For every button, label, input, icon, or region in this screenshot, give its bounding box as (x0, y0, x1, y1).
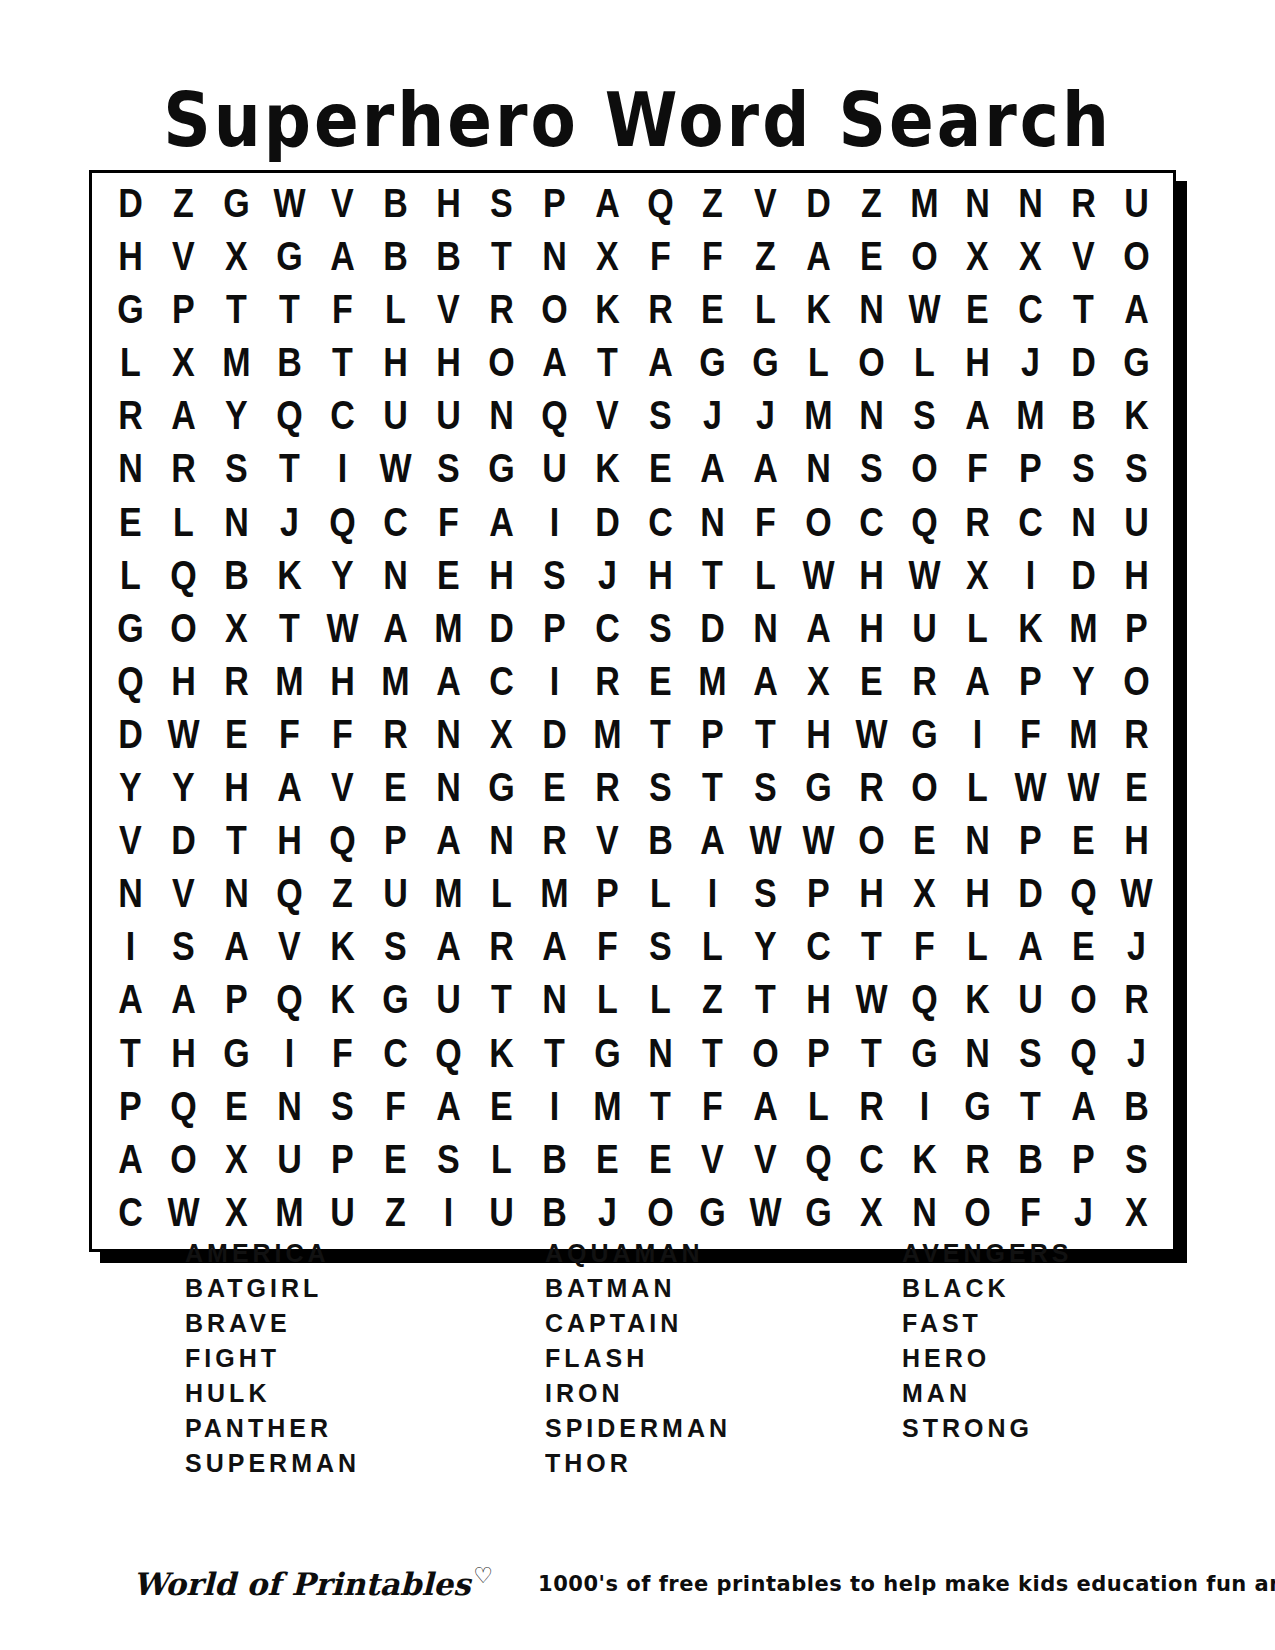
grid-cell-r11c12: P (689, 706, 738, 763)
grid-cell-r17c2: H (159, 1024, 208, 1081)
grid-cell-r8c9: S (530, 547, 579, 604)
grid-cell-r9c16: U (900, 600, 949, 657)
grid-cell-r17c20: J (1112, 1024, 1161, 1081)
grid-cell-r16c8: T (477, 971, 526, 1028)
grid-cell-r1c14: D (794, 175, 843, 232)
grid-cell-r15c13: Y (742, 918, 791, 975)
grid-cell-r7c17: R (953, 493, 1002, 550)
grid-cell-r2c19: V (1059, 228, 1108, 285)
grid-cell-r13c1: V (106, 812, 155, 869)
word-list-item: FLASH (545, 1340, 731, 1377)
footer-logo: World of Printables♡ (133, 1566, 490, 1602)
grid-cell-r6c11: E (636, 440, 685, 497)
grid-cell-r1c6: B (371, 175, 420, 232)
grid-cell-r19c17: R (953, 1131, 1002, 1188)
grid-cell-r13c2: D (159, 812, 208, 869)
grid-cell-r6c7: S (424, 440, 473, 497)
grid-cell-r14c1: N (106, 865, 155, 922)
grid-cell-r11c4: F (265, 706, 314, 763)
grid-cell-r2c5: A (318, 228, 367, 285)
grid-cell-r11c1: D (106, 706, 155, 763)
grid-cell-r13c19: E (1059, 812, 1108, 869)
grid-cell-r20c9: B (530, 1184, 579, 1241)
grid-cell-r8c11: H (636, 547, 685, 604)
grid-cell-r13c13: W (742, 812, 791, 869)
grid-cell-r20c1: C (106, 1184, 155, 1241)
grid-cell-r17c5: F (318, 1024, 367, 1081)
grid-cell-r7c19: N (1059, 493, 1108, 550)
grid-cell-r6c9: U (530, 440, 579, 497)
grid-cell-r14c15: H (847, 865, 896, 922)
grid-cell-r18c2: Q (159, 1078, 208, 1135)
word-list-item: AVENGERS (902, 1235, 1072, 1272)
grid-cell-r6c19: S (1059, 440, 1108, 497)
grid-cell-r4c14: L (794, 334, 843, 391)
grid-cell-r1c7: H (424, 175, 473, 232)
grid-cell-r15c1: I (106, 918, 155, 975)
word-list-item: FIGHT (185, 1340, 360, 1377)
grid-cell-r5c1: R (106, 387, 155, 444)
grid-cell-r15c18: A (1006, 918, 1055, 975)
grid-cell-r15c19: E (1059, 918, 1108, 975)
grid-cell-r17c12: T (689, 1024, 738, 1081)
grid-cell-r2c7: B (424, 228, 473, 285)
grid-cell-r20c15: X (847, 1184, 896, 1241)
word-list-column-1: AMERICABATGIRLBRAVEFIGHTHULKPANTHERSUPER… (185, 1236, 360, 1481)
grid-cell-r11c13: T (742, 706, 791, 763)
grid-cell-r14c13: S (742, 865, 791, 922)
grid-cell-r12c8: G (477, 759, 526, 816)
grid-cell-r18c19: A (1059, 1078, 1108, 1135)
grid-cell-r8c10: J (583, 547, 632, 604)
grid-cell-r14c6: U (371, 865, 420, 922)
grid-cell-r15c14: C (794, 918, 843, 975)
grid-cell-r14c2: V (159, 865, 208, 922)
grid-cell-r5c2: A (159, 387, 208, 444)
grid-cell-r4c1: L (106, 334, 155, 391)
grid-cell-r4c7: H (424, 334, 473, 391)
word-list: AMERICABATGIRLBRAVEFIGHTHULKPANTHERSUPER… (0, 1236, 1275, 1496)
grid-cell-r3c13: L (742, 281, 791, 338)
grid-cell-r8c6: N (371, 547, 420, 604)
grid-cell-r18c5: S (318, 1078, 367, 1135)
grid-cell-r20c19: J (1059, 1184, 1108, 1241)
grid-cell-r7c1: E (106, 493, 155, 550)
grid-cell-r18c4: N (265, 1078, 314, 1135)
grid-cell-r1c13: V (742, 175, 791, 232)
grid-cell-r7c9: I (530, 493, 579, 550)
grid-cell-r10c12: M (689, 653, 738, 710)
grid-cell-r5c19: B (1059, 387, 1108, 444)
grid-cell-r14c8: L (477, 865, 526, 922)
grid-cell-r8c5: Y (318, 547, 367, 604)
grid-cell-r11c8: X (477, 706, 526, 763)
grid-cell-r16c14: H (794, 971, 843, 1028)
grid-cell-r7c2: L (159, 493, 208, 550)
grid-cell-r20c2: W (159, 1184, 208, 1241)
grid-cell-r2c11: F (636, 228, 685, 285)
grid-cell-r2c13: Z (742, 228, 791, 285)
word-list-item: SPIDERMAN (545, 1410, 731, 1447)
word-list-item: SUPERMAN (185, 1445, 360, 1482)
grid-cell-r11c18: F (1006, 706, 1055, 763)
grid-cell-r16c19: O (1059, 971, 1108, 1028)
grid-cell-r2c20: O (1112, 228, 1161, 285)
word-list-item: HULK (185, 1375, 360, 1412)
grid-cell-r10c18: P (1006, 653, 1055, 710)
word-list-item: FAST (902, 1305, 1072, 1342)
grid-cell-r14c18: D (1006, 865, 1055, 922)
grid-cell-r3c1: G (106, 281, 155, 338)
grid-cell-r2c16: O (900, 228, 949, 285)
grid-cell-r4c9: A (530, 334, 579, 391)
grid-cell-r16c15: W (847, 971, 896, 1028)
grid-cell-r4c19: D (1059, 334, 1108, 391)
grid-cell-r1c15: Z (847, 175, 896, 232)
grid-cell-r3c17: E (953, 281, 1002, 338)
grid-cell-r19c20: S (1112, 1131, 1161, 1188)
grid-cell-r4c10: T (583, 334, 632, 391)
grid-cell-r2c10: X (583, 228, 632, 285)
grid-cell-r2c2: V (159, 228, 208, 285)
grid-cell-r1c2: Z (159, 175, 208, 232)
grid-cell-r8c19: D (1059, 547, 1108, 604)
grid-cell-r3c15: N (847, 281, 896, 338)
grid-cell-r16c12: Z (689, 971, 738, 1028)
grid-cell-r9c3: X (212, 600, 261, 657)
grid-cell-r12c11: S (636, 759, 685, 816)
grid-cell-r3c7: V (424, 281, 473, 338)
grid-cell-r8c17: X (953, 547, 1002, 604)
grid-cell-r9c20: P (1112, 600, 1161, 657)
grid-cell-r16c3: P (212, 971, 261, 1028)
grid-cell-r5c11: S (636, 387, 685, 444)
grid-cell-r19c1: A (106, 1131, 155, 1188)
grid-cell-r9c9: P (530, 600, 579, 657)
grid-cell-r4c2: X (159, 334, 208, 391)
grid-cell-r9c14: A (794, 600, 843, 657)
grid-cell-r4c18: J (1006, 334, 1055, 391)
grid-cell-r17c18: S (1006, 1024, 1055, 1081)
grid-cell-r12c7: N (424, 759, 473, 816)
grid-cell-r8c1: L (106, 547, 155, 604)
grid-cell-r3c6: L (371, 281, 420, 338)
grid-cell-r5c13: J (742, 387, 791, 444)
grid-cell-r16c18: U (1006, 971, 1055, 1028)
grid-cell-r13c12: A (689, 812, 738, 869)
word-list-item: CAPTAIN (545, 1305, 731, 1342)
grid-cell-r5c8: N (477, 387, 526, 444)
grid-cell-r18c17: G (953, 1078, 1002, 1135)
grid-cell-r19c10: E (583, 1131, 632, 1188)
grid-cell-r15c15: T (847, 918, 896, 975)
grid-cell-r8c2: Q (159, 547, 208, 604)
grid-cell-r11c10: M (583, 706, 632, 763)
grid-cell-r16c20: R (1112, 971, 1161, 1028)
grid-cell-r18c3: E (212, 1078, 261, 1135)
grid-cell-r6c13: A (742, 440, 791, 497)
grid-cell-r9c5: W (318, 600, 367, 657)
grid-cell-r2c17: X (953, 228, 1002, 285)
grid-cell-r11c2: W (159, 706, 208, 763)
grid-cell-r2c9: N (530, 228, 579, 285)
grid-cell-r12c16: O (900, 759, 949, 816)
grid-cell-r6c12: A (689, 440, 738, 497)
grid-cell-r12c1: Y (106, 759, 155, 816)
grid-cell-r8c20: H (1112, 547, 1161, 604)
grid-cell-r1c4: W (265, 175, 314, 232)
grid-cell-r17c1: T (106, 1024, 155, 1081)
grid-cell-r11c11: T (636, 706, 685, 763)
word-list-item: BATGIRL (185, 1270, 360, 1307)
grid-cell-r20c16: N (900, 1184, 949, 1241)
grid-cell-r19c11: E (636, 1131, 685, 1188)
grid-cell-r3c5: F (318, 281, 367, 338)
grid-cell-r13c10: V (583, 812, 632, 869)
grid-cell-r14c11: L (636, 865, 685, 922)
grid-cell-r1c16: M (900, 175, 949, 232)
grid-cell-r17c7: Q (424, 1024, 473, 1081)
grid-cell-r4c3: M (212, 334, 261, 391)
grid-cell-r7c13: F (742, 493, 791, 550)
grid-cell-r15c16: F (900, 918, 949, 975)
grid-cell-r12c18: W (1006, 759, 1055, 816)
grid-cell-r12c3: H (212, 759, 261, 816)
grid-cell-r5c15: N (847, 387, 896, 444)
grid-cell-r10c17: A (953, 653, 1002, 710)
word-search-grid: DZGWVBHSPAQZVDZMNNRUHVXGABBTNXFFZAEOXXVO… (89, 170, 1176, 1252)
word-list-item: THOR (545, 1445, 731, 1482)
grid-cell-r9c2: O (159, 600, 208, 657)
grid-cell-r7c20: U (1112, 493, 1161, 550)
grid-cell-r20c11: O (636, 1184, 685, 1241)
grid-cell-r19c18: B (1006, 1131, 1055, 1188)
grid-cell-r6c3: S (212, 440, 261, 497)
grid-cell-r17c16: G (900, 1024, 949, 1081)
grid-cell-r9c10: C (583, 600, 632, 657)
grid-cell-r17c14: P (794, 1024, 843, 1081)
grid-cell-r8c3: B (212, 547, 261, 604)
grid-cell-r1c19: R (1059, 175, 1108, 232)
grid-cell-r10c8: C (477, 653, 526, 710)
grid-cell-r13c9: R (530, 812, 579, 869)
grid-cell-r2c6: B (371, 228, 420, 285)
grid-cell-r8c7: E (424, 547, 473, 604)
grid-cell-r20c8: U (477, 1184, 526, 1241)
grid-cell-r5c18: M (1006, 387, 1055, 444)
grid-cell-r18c9: I (530, 1078, 579, 1135)
grid-cell-r14c17: H (953, 865, 1002, 922)
grid-cell-r4c16: L (900, 334, 949, 391)
grid-cell-r8c15: H (847, 547, 896, 604)
grid-cell-r5c17: A (953, 387, 1002, 444)
grid-cell-r7c10: D (583, 493, 632, 550)
grid-cell-r20c6: Z (371, 1184, 420, 1241)
grid-cell-r15c10: F (583, 918, 632, 975)
grid-cell-r1c17: N (953, 175, 1002, 232)
grid-cell-r19c2: O (159, 1131, 208, 1188)
grid-cell-r6c6: W (371, 440, 420, 497)
grid-cell-r14c4: Q (265, 865, 314, 922)
grid-cell-r15c8: R (477, 918, 526, 975)
grid-cell-r18c6: F (371, 1078, 420, 1135)
grid-cell-r8c4: K (265, 547, 314, 604)
grid-cell-r2c8: T (477, 228, 526, 285)
grid-cell-r7c5: Q (318, 493, 367, 550)
grid-cell-r7c14: O (794, 493, 843, 550)
grid-cell-r14c5: Z (318, 865, 367, 922)
grid-cell-r16c13: T (742, 971, 791, 1028)
grid-cell-r4c11: A (636, 334, 685, 391)
grid-cell-r16c11: L (636, 971, 685, 1028)
grid-cell-r19c5: P (318, 1131, 367, 1188)
footer: World of Printables♡ 1000's of free prin… (133, 1556, 1175, 1612)
grid-cell-r9c13: N (742, 600, 791, 657)
grid-cell-r18c14: L (794, 1078, 843, 1135)
grid-cell-r5c4: Q (265, 387, 314, 444)
grid-cell-r20c3: X (212, 1184, 261, 1241)
word-list-item: PANTHER (185, 1410, 360, 1447)
grid-cell-r5c5: C (318, 387, 367, 444)
grid-cell-r4c5: T (318, 334, 367, 391)
grid-cell-r15c12: L (689, 918, 738, 975)
grid-cell-r7c15: C (847, 493, 896, 550)
grid-cell-r7c6: C (371, 493, 420, 550)
grid-cell-r3c11: R (636, 281, 685, 338)
grid-cell-r4c15: O (847, 334, 896, 391)
grid-cell-r5c16: S (900, 387, 949, 444)
grid-cell-r6c14: N (794, 440, 843, 497)
grid-cell-r11c7: N (424, 706, 473, 763)
grid-cell-r14c20: W (1112, 865, 1161, 922)
grid-cell-r3c12: E (689, 281, 738, 338)
grid-cell-r3c2: P (159, 281, 208, 338)
grid-cell-r13c3: T (212, 812, 261, 869)
grid-cell-r18c18: T (1006, 1078, 1055, 1135)
grid-cell-r14c12: I (689, 865, 738, 922)
grid-cell-r2c18: X (1006, 228, 1055, 285)
grid-cell-r19c9: B (530, 1131, 579, 1188)
footer-logo-text: World of Printables (133, 1566, 470, 1602)
grid-cell-r10c13: A (742, 653, 791, 710)
grid-cell-r1c3: G (212, 175, 261, 232)
grid-cell-r17c9: T (530, 1024, 579, 1081)
grid-cell-r19c15: C (847, 1131, 896, 1188)
grid-cell-r9c7: M (424, 600, 473, 657)
grid-cell-r10c4: M (265, 653, 314, 710)
grid-cell-r15c20: J (1112, 918, 1161, 975)
grid-cell-r17c4: I (265, 1024, 314, 1081)
grid-cell-r9c4: T (265, 600, 314, 657)
grid-cell-r18c10: M (583, 1078, 632, 1135)
grid-cell-r6c18: P (1006, 440, 1055, 497)
grid-cell-r5c6: U (371, 387, 420, 444)
grid-cell-r6c1: N (106, 440, 155, 497)
grid-cell-r14c7: M (424, 865, 473, 922)
grid-cell-r5c9: Q (530, 387, 579, 444)
grid-cell-r6c2: R (159, 440, 208, 497)
grid-cell-r10c19: Y (1059, 653, 1108, 710)
grid-cell-r19c16: K (900, 1131, 949, 1188)
grid-cell-r13c18: P (1006, 812, 1055, 869)
grid-cell-r17c3: G (212, 1024, 261, 1081)
grid-cell-r3c9: O (530, 281, 579, 338)
grid-cell-r10c10: R (583, 653, 632, 710)
grid-cell-r5c12: J (689, 387, 738, 444)
grid-cell-r15c2: S (159, 918, 208, 975)
grid-cell-r9c17: L (953, 600, 1002, 657)
grid-cell-r8c12: T (689, 547, 738, 604)
grid-cell-r12c15: R (847, 759, 896, 816)
grid-cell-r12c13: S (742, 759, 791, 816)
grid-cell-r15c6: S (371, 918, 420, 975)
word-list-item: IRON (545, 1375, 731, 1412)
grid-cell-r16c10: L (583, 971, 632, 1028)
grid-cell-r18c11: T (636, 1078, 685, 1135)
grid-cell-r12c10: R (583, 759, 632, 816)
grid-cell-r10c7: A (424, 653, 473, 710)
grid-cell-r20c12: G (689, 1184, 738, 1241)
grid-cell-r20c7: I (424, 1184, 473, 1241)
grid-cell-r15c11: S (636, 918, 685, 975)
grid-cell-r17c13: O (742, 1024, 791, 1081)
word-list-item: BRAVE (185, 1305, 360, 1342)
grid-cell-r14c10: P (583, 865, 632, 922)
grid-cell-r5c20: K (1112, 387, 1161, 444)
word-list-item: HERO (902, 1340, 1072, 1377)
grid-cell-r19c4: U (265, 1131, 314, 1188)
grid-cell-r16c4: Q (265, 971, 314, 1028)
grid-cell-r15c5: K (318, 918, 367, 975)
grid-cell-r11c16: G (900, 706, 949, 763)
grid-cell-r15c4: V (265, 918, 314, 975)
grid-cell-r5c3: Y (212, 387, 261, 444)
grid-cell-r16c17: K (953, 971, 1002, 1028)
grid-cell-r8c18: I (1006, 547, 1055, 604)
grid-cell-r16c7: U (424, 971, 473, 1028)
grid-cell-r16c9: N (530, 971, 579, 1028)
grid-cell-r18c16: I (900, 1078, 949, 1135)
grid-cell-r16c16: Q (900, 971, 949, 1028)
grid-cell-r13c16: E (900, 812, 949, 869)
grid-cell-r19c7: S (424, 1131, 473, 1188)
grid-cell-r3c3: T (212, 281, 261, 338)
grid-cell-r1c10: A (583, 175, 632, 232)
grid-cell-r6c17: F (953, 440, 1002, 497)
grid-cell-r8c8: H (477, 547, 526, 604)
grid-cell-r16c6: G (371, 971, 420, 1028)
grid-cell-r3c14: K (794, 281, 843, 338)
grid-cell-r9c11: S (636, 600, 685, 657)
grid-cell-r9c18: K (1006, 600, 1055, 657)
grid-cell-r17c19: Q (1059, 1024, 1108, 1081)
grid-cell-r18c15: R (847, 1078, 896, 1135)
grid-cell-r1c1: D (106, 175, 155, 232)
grid-cell-r8c16: W (900, 547, 949, 604)
grid-cell-r17c10: G (583, 1024, 632, 1081)
grid-cell-r5c10: V (583, 387, 632, 444)
grid-cell-r20c18: F (1006, 1184, 1055, 1241)
grid-cell-r4c20: G (1112, 334, 1161, 391)
word-list-item: BATMAN (545, 1270, 731, 1307)
grid-cell-r7c4: J (265, 493, 314, 550)
grid-cell-r15c3: A (212, 918, 261, 975)
grid-cell-r10c5: H (318, 653, 367, 710)
grid-cell-r13c4: H (265, 812, 314, 869)
grid-cell-r17c8: K (477, 1024, 526, 1081)
grid-cell-r5c14: M (794, 387, 843, 444)
grid-cell-r16c2: A (159, 971, 208, 1028)
